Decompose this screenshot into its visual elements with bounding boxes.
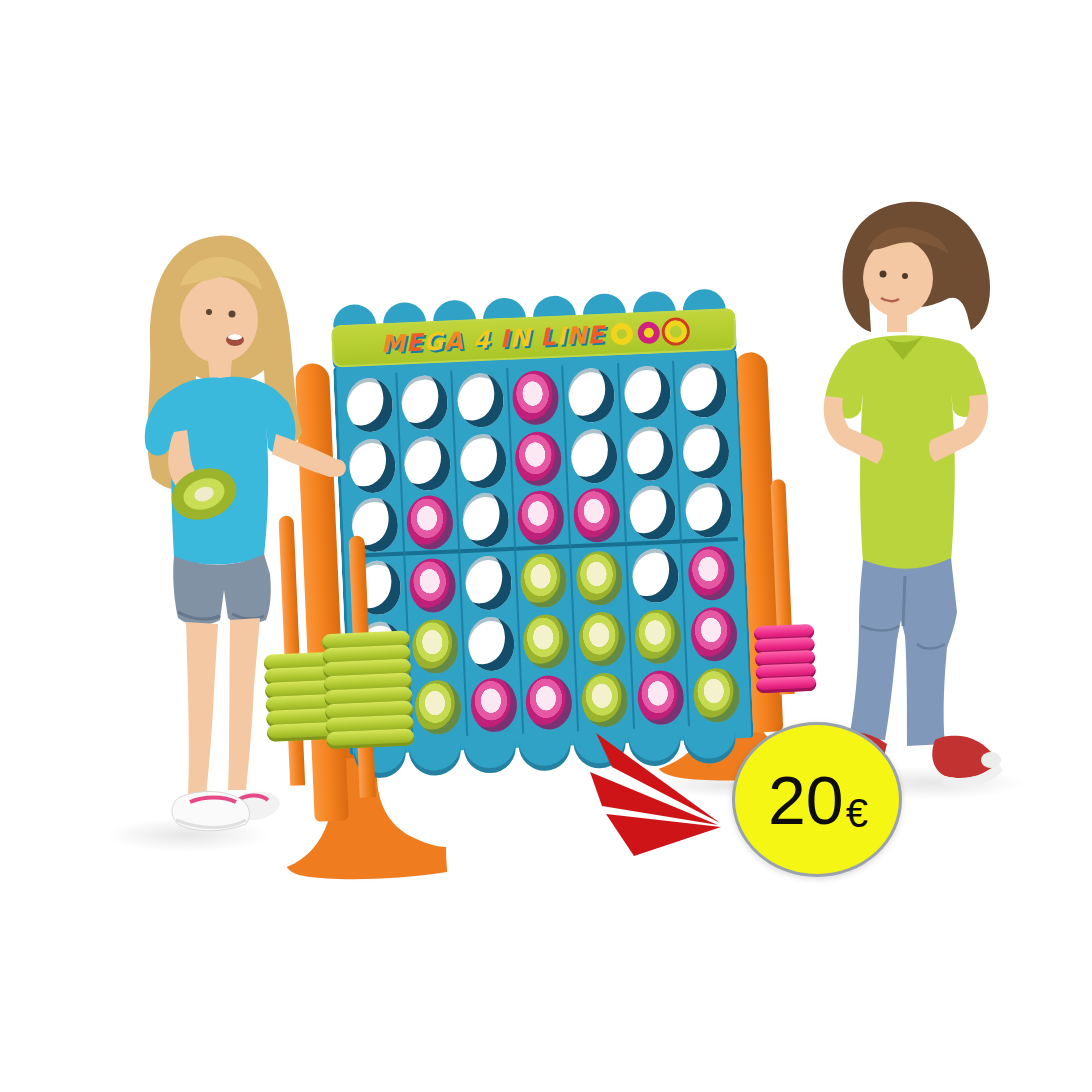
green-disc bbox=[414, 679, 462, 735]
green-disc bbox=[575, 550, 623, 606]
cell-r1c5 bbox=[563, 363, 621, 426]
cell-r5c6 bbox=[630, 604, 688, 667]
boy-figure bbox=[785, 196, 1040, 811]
empty-hole bbox=[459, 433, 507, 489]
magenta-disc bbox=[573, 487, 621, 543]
empty-hole bbox=[631, 547, 679, 603]
empty-hole bbox=[679, 362, 727, 418]
empty-hole bbox=[685, 482, 733, 538]
empty-hole bbox=[462, 492, 510, 548]
green-disc bbox=[578, 611, 626, 667]
yellow-red-ring-icon bbox=[664, 320, 687, 343]
green-disc bbox=[634, 608, 682, 664]
empty-hole bbox=[345, 377, 393, 433]
boy-face bbox=[863, 239, 933, 317]
cell-r6c4 bbox=[521, 670, 579, 733]
cell-r4c7 bbox=[682, 541, 740, 604]
cell-r3c6 bbox=[624, 483, 682, 546]
magenta-disc bbox=[409, 557, 457, 613]
empty-hole bbox=[403, 435, 451, 491]
magenta-disc bbox=[687, 545, 735, 601]
girl-figure bbox=[92, 228, 347, 858]
cell-r4c6 bbox=[627, 544, 685, 607]
magenta-disc bbox=[470, 676, 518, 732]
price-currency-euro: € bbox=[846, 791, 868, 836]
magenta-disc bbox=[517, 489, 565, 545]
cell-r6c6 bbox=[632, 665, 690, 728]
banner-title: MEGA 4 IN LINE bbox=[380, 321, 605, 359]
empty-hole bbox=[623, 364, 671, 420]
cell-r3c2 bbox=[402, 492, 460, 555]
cell-r1c7 bbox=[674, 358, 732, 421]
yellow-ring-icon bbox=[610, 322, 633, 345]
empty-hole bbox=[570, 428, 618, 484]
magenta-disc bbox=[525, 674, 573, 730]
cell-r5c7 bbox=[685, 602, 743, 665]
cell-r2c5 bbox=[566, 424, 624, 487]
cell-r1c2 bbox=[397, 370, 455, 433]
empty-hole bbox=[456, 372, 504, 428]
cell-r4c5 bbox=[571, 546, 629, 609]
empty-hole bbox=[626, 425, 674, 481]
cell-r1c1 bbox=[341, 373, 399, 436]
empty-hole bbox=[682, 423, 730, 479]
cell-r2c4 bbox=[511, 426, 569, 489]
cell-r3c7 bbox=[680, 480, 738, 543]
cell-r3c4 bbox=[513, 487, 571, 550]
girl-legs bbox=[186, 622, 218, 798]
price-arrow-icon bbox=[585, 726, 735, 861]
cell-r5c3 bbox=[463, 612, 521, 675]
cell-r5c5 bbox=[574, 607, 632, 670]
empty-hole bbox=[401, 374, 449, 430]
cell-r2c1 bbox=[344, 434, 402, 497]
cell-r1c4 bbox=[508, 366, 566, 429]
cell-r4c4 bbox=[516, 548, 574, 611]
banner-rings bbox=[610, 320, 687, 345]
cell-r2c2 bbox=[400, 431, 458, 494]
green-disc bbox=[411, 618, 459, 674]
green-disc bbox=[581, 672, 629, 728]
magenta-disc bbox=[514, 430, 562, 486]
empty-hole bbox=[464, 555, 512, 611]
boy-jeans bbox=[849, 558, 957, 746]
magenta-disc bbox=[512, 369, 560, 425]
green-disc bbox=[693, 667, 741, 723]
empty-hole bbox=[348, 437, 396, 493]
product-photo: MEGA 4 IN LINE bbox=[0, 0, 1092, 1092]
cell-r4c2 bbox=[405, 553, 463, 616]
green-disc bbox=[520, 552, 568, 608]
cell-r6c5 bbox=[577, 668, 635, 731]
green-disc bbox=[522, 613, 570, 669]
magenta-disc bbox=[406, 494, 454, 550]
price-badge: 20 € bbox=[732, 722, 902, 877]
cell-r2c6 bbox=[622, 422, 680, 485]
cell-r6c7 bbox=[688, 663, 746, 726]
cell-r6c2 bbox=[410, 675, 468, 738]
cell-r4c3 bbox=[460, 551, 518, 614]
cell-r6c3 bbox=[466, 673, 524, 736]
cell-r2c3 bbox=[455, 429, 513, 492]
cell-r5c2 bbox=[408, 614, 466, 677]
girl-face bbox=[180, 277, 258, 363]
cell-r5c4 bbox=[519, 609, 577, 672]
magenta-ring-icon bbox=[637, 321, 660, 344]
cell-r3c5 bbox=[569, 485, 627, 548]
magenta-disc bbox=[690, 606, 738, 662]
cell-r2c7 bbox=[677, 419, 735, 482]
empty-hole bbox=[628, 484, 676, 540]
price-amount: 20 bbox=[768, 766, 844, 834]
empty-hole bbox=[467, 615, 515, 671]
girl-shorts bbox=[173, 554, 271, 625]
empty-hole bbox=[567, 367, 615, 423]
cell-r1c3 bbox=[452, 368, 510, 431]
magenta-disc bbox=[636, 669, 684, 725]
cell-r1c6 bbox=[619, 361, 677, 424]
cell-r3c3 bbox=[458, 490, 516, 553]
